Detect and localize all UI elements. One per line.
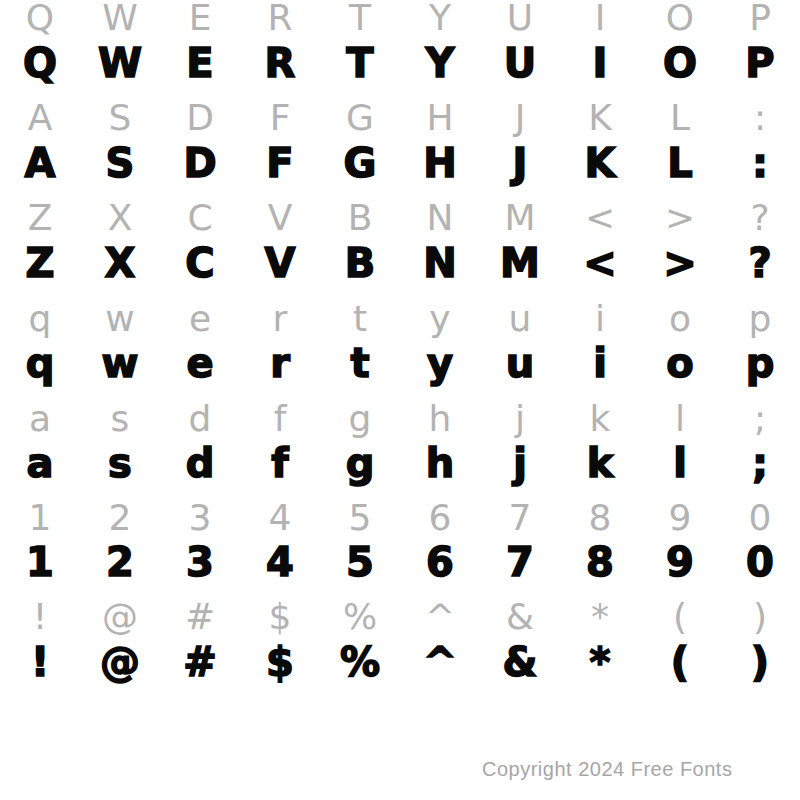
glyph-cell: k [587,437,614,489]
glyph-cell: 7 [506,536,534,588]
glyph-cell: Z [25,237,54,289]
glyph-cell: o [666,337,693,389]
glyph-cell: Q [23,37,57,89]
glyph-cell: q [26,337,55,389]
glyph-cell: $ [266,636,294,688]
glyph-cell: E [186,37,213,89]
glyph-cell: s [108,437,132,489]
glyph-row-heavy-weight-5: 1234567890 [0,536,800,588]
glyph-row-heavy-weight-3: qwertyuiop [0,337,800,389]
glyph-cell: 0 [746,536,774,588]
copyright-text: Copyright 2024 Free Fonts [482,758,732,781]
glyph-cell: 5 [346,536,374,588]
glyph-cell: j [513,437,527,489]
glyph-cell: N [423,237,456,289]
glyph-cell: O [663,37,697,89]
glyph-cell: 3 [186,536,214,588]
glyph-cell: a [27,437,54,489]
glyph-cell: ; [752,437,768,489]
glyph-cell: ( [671,636,689,688]
glyph-row-heavy-weight-2: ZXCVBNM<>? [0,237,800,289]
glyph-cell: W [98,37,142,89]
glyph-cell: ! [31,636,49,688]
glyph-cell: U [504,37,536,89]
glyph-cell: Y [426,37,455,89]
glyph-cell: < [583,237,617,289]
font-specimen-sheet: QWERTYUIOPQWERTYUIOPASDFGHJKL:ASDFGHJKL:… [0,0,800,800]
glyph-cell: * [590,636,611,688]
glyph-cell: ? [748,237,771,289]
glyph-cell: r [270,337,290,389]
glyph-cell: h [426,437,454,489]
glyph-cell: 6 [426,536,454,588]
glyph-cell: X [105,237,136,289]
glyph-cell: B [345,237,376,289]
glyph-cell: # [183,636,217,688]
glyph-cell: f [271,437,288,489]
glyph-cell: 4 [266,536,294,588]
glyph-cell: H [423,137,456,189]
glyph-cell: l [673,437,687,489]
glyph-cell: > [663,237,697,289]
glyph-cell: w [102,337,139,389]
glyph-cell: u [506,337,534,389]
glyph-cell: D [183,137,216,189]
glyph-cell: P [745,37,774,89]
glyph-cell: & [503,636,538,688]
glyph-cell: A [25,137,56,189]
glyph-row-heavy-weight-1: ASDFGHJKL: [0,137,800,189]
glyph-cell: ) [751,636,769,688]
glyph-cell: I [593,37,608,89]
glyph-cell: y [427,337,453,389]
glyph-cell: R [265,37,296,89]
glyph-cell: t [350,337,369,389]
glyph-cell: e [186,337,213,389]
glyph-row-heavy-weight-0: QWERTYUIOP [0,37,800,89]
glyph-row-heavy-weight-6: !@#$%^&*() [0,636,800,688]
glyph-cell: J [513,137,528,189]
glyph-cell: 2 [106,536,134,588]
glyph-cell: @ [100,636,140,688]
glyph-cell: K [585,137,616,189]
glyph-cell: G [344,137,377,189]
glyph-cell: V [265,237,296,289]
glyph-cell: 8 [586,536,614,588]
glyph-cell: % [340,636,380,688]
glyph-cell: 1 [26,536,54,588]
glyph-cell: i [593,337,607,389]
glyph-cell: F [266,137,293,189]
glyph-cell: C [185,237,214,289]
glyph-row-heavy-weight-4: asdfghjkl; [0,437,800,489]
glyph-cell: : [752,137,768,189]
glyph-cell: T [346,37,373,89]
glyph-cell: g [346,437,375,489]
glyph-cell: M [500,237,540,289]
glyph-cell: d [186,437,215,489]
glyph-cell: 9 [666,536,694,588]
glyph-cell: S [106,137,135,189]
glyph-cell: L [667,137,693,189]
glyph-cell: p [746,337,775,389]
glyph-cell: ^ [423,636,457,688]
